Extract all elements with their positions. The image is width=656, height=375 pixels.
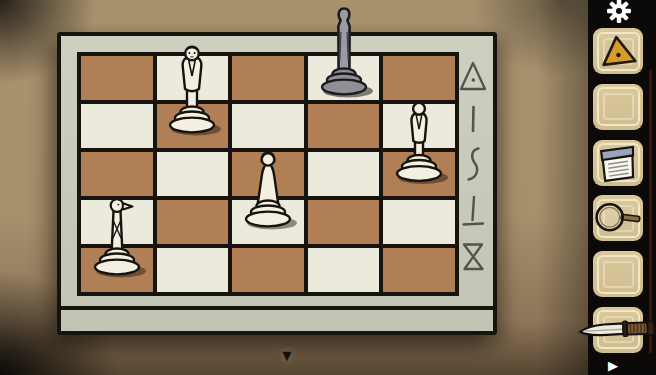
- board-shelf-line: [57, 306, 497, 310]
- piece-white-woman-c2[interactable]: [236, 150, 300, 230]
- square-c5[interactable]: [232, 56, 304, 100]
- inventory-slot-4[interactable]: [593, 195, 643, 241]
- board-glyph-column: [456, 60, 490, 272]
- square-b3[interactable]: [157, 152, 229, 196]
- knife-item[interactable]: [578, 316, 656, 345]
- piece-white-crow-man-a1[interactable]: [85, 196, 149, 278]
- square-e5[interactable]: [383, 56, 455, 100]
- inventory-slot-3[interactable]: [593, 140, 643, 186]
- scene-edge-sliver: [649, 70, 652, 353]
- piece-dark-statue-man-d5[interactable]: [312, 6, 376, 98]
- game-scene: ▼ ▶: [0, 0, 656, 375]
- inventory-slot-1[interactable]: [593, 28, 643, 74]
- inventory-slots: [593, 28, 643, 353]
- square-d3[interactable]: [308, 152, 380, 196]
- inverted-t-glyph: [459, 195, 487, 229]
- square-a4[interactable]: [81, 104, 153, 148]
- triangle-dot-glyph: [459, 60, 487, 92]
- inventory-slot-6[interactable]: [593, 307, 643, 353]
- square-c1[interactable]: [232, 248, 304, 292]
- square-a5[interactable]: [81, 56, 153, 100]
- square-e2[interactable]: [383, 200, 455, 244]
- square-d4[interactable]: [308, 104, 380, 148]
- square-b2[interactable]: [157, 200, 229, 244]
- notepad-item[interactable]: [593, 140, 643, 186]
- inventory-sidebar: ▶: [588, 0, 656, 375]
- hourglass-glyph: [459, 242, 487, 272]
- square-c4[interactable]: [232, 104, 304, 148]
- inventory-slot-2[interactable]: [593, 84, 643, 130]
- inventory-slot-5[interactable]: [593, 251, 643, 297]
- square-d1[interactable]: [308, 248, 380, 292]
- vertical-line-glyph: [459, 105, 487, 133]
- magnifying-glass-item[interactable]: [591, 195, 643, 241]
- s-curve-glyph: [459, 146, 487, 182]
- square-a3[interactable]: [81, 152, 153, 196]
- square-d2[interactable]: [308, 200, 380, 244]
- settings-gear-icon[interactable]: [606, 0, 632, 24]
- square-e1[interactable]: [383, 248, 455, 292]
- gold-triangle-item[interactable]: [593, 28, 643, 74]
- square-b1[interactable]: [157, 248, 229, 292]
- inventory-advance-arrow-icon[interactable]: ▶: [608, 358, 618, 373]
- piece-white-suited-man-e3[interactable]: [387, 99, 451, 185]
- navigate-down-arrow-icon[interactable]: ▼: [279, 347, 295, 365]
- piece-white-gentleman-b4[interactable]: [160, 45, 224, 137]
